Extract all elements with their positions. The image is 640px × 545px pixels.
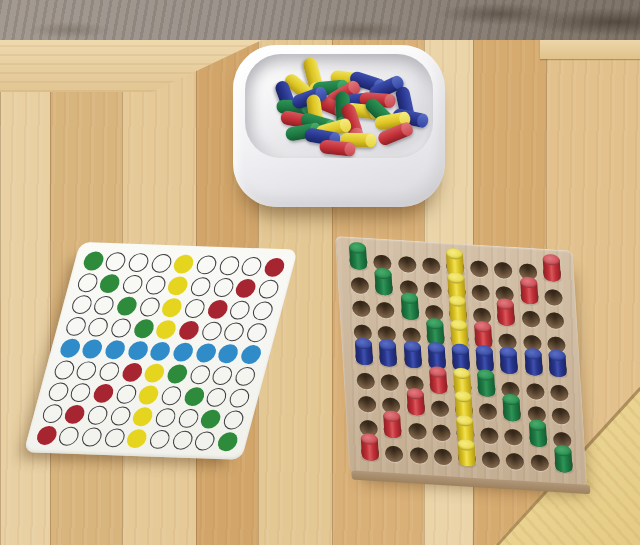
- board-hole[interactable]: [551, 408, 570, 425]
- board-hole[interactable]: [358, 396, 377, 413]
- board-cell: [373, 296, 399, 321]
- board-peg-red[interactable]: [429, 366, 448, 395]
- card-cell: [243, 321, 271, 344]
- board-peg-green[interactable]: [503, 394, 522, 423]
- board-cell: [353, 366, 379, 391]
- board-hole[interactable]: [530, 454, 549, 471]
- board-cell: [381, 439, 407, 464]
- bin-peg-red[interactable]: [319, 139, 355, 157]
- board-peg-green[interactable]: [400, 292, 419, 321]
- board-hole[interactable]: [433, 448, 452, 465]
- board-cell: [501, 423, 527, 448]
- card-dot-green: [216, 432, 240, 451]
- board-peg-red[interactable]: [497, 298, 516, 327]
- board-hole[interactable]: [470, 260, 489, 277]
- board-hole[interactable]: [352, 300, 371, 317]
- board-cell: [477, 421, 503, 446]
- board-cell: [499, 399, 525, 424]
- board-hole[interactable]: [506, 453, 525, 470]
- board-hole[interactable]: [385, 445, 404, 462]
- card-circle-outline: [228, 388, 252, 407]
- board-cell: [357, 438, 383, 463]
- board-peg-green[interactable]: [528, 419, 547, 448]
- board-cell: [349, 294, 375, 319]
- card-dot-blue: [239, 344, 263, 363]
- card-circle-outline: [251, 301, 275, 320]
- board-peg-red[interactable]: [542, 253, 561, 282]
- board-cell: [545, 354, 571, 379]
- board-peg-blue[interactable]: [524, 348, 543, 377]
- board-peg-blue[interactable]: [500, 346, 519, 375]
- board-cell: [546, 378, 572, 403]
- wall-background: [0, 0, 640, 40]
- board-peg-blue[interactable]: [548, 349, 567, 378]
- card-cell: [249, 299, 277, 322]
- pegboard-grid: [346, 247, 577, 476]
- board-cell: [380, 416, 406, 441]
- card-cell: [255, 277, 283, 300]
- board-cell: [491, 256, 517, 281]
- photo-scene: [0, 0, 640, 545]
- board-cell: [540, 282, 566, 307]
- board-cell: [425, 371, 451, 396]
- board-hole[interactable]: [432, 424, 451, 441]
- board-cell: [525, 424, 551, 449]
- board-cell: [478, 445, 504, 470]
- board-cell: [397, 297, 423, 322]
- card-cell: [225, 386, 253, 409]
- table-plank-top-right: [540, 40, 640, 59]
- bin-interior: [245, 54, 433, 158]
- board-hole[interactable]: [521, 311, 540, 328]
- board-peg-red[interactable]: [361, 433, 380, 462]
- board-hole[interactable]: [479, 404, 498, 421]
- pattern-card-grid: [33, 249, 289, 452]
- board-cell: [516, 281, 542, 306]
- board-cell: [400, 345, 426, 370]
- card-circle-outline: [234, 366, 258, 385]
- board-cell: [404, 417, 430, 442]
- board-hole[interactable]: [504, 429, 523, 446]
- card-circle-outline: [245, 322, 269, 341]
- board-cell: [475, 398, 501, 423]
- board-peg-red[interactable]: [406, 388, 425, 417]
- board-hole[interactable]: [482, 451, 501, 468]
- board-cell: [371, 272, 397, 297]
- board-cell: [394, 250, 420, 275]
- board-hole[interactable]: [376, 302, 395, 319]
- board-cell: [522, 377, 548, 402]
- board-cell: [474, 374, 500, 399]
- board-hole[interactable]: [550, 384, 569, 401]
- storage-bin: [233, 45, 445, 207]
- board-cell: [430, 442, 456, 467]
- board-hole[interactable]: [408, 423, 427, 440]
- board-cell: [376, 344, 402, 369]
- board-cell: [377, 368, 403, 393]
- card-circle-outline: [222, 410, 246, 429]
- board-hole[interactable]: [381, 374, 400, 391]
- board-cell: [351, 342, 377, 367]
- card-circle-outline: [257, 279, 281, 298]
- board-cell: [527, 448, 553, 473]
- board-cell: [539, 258, 565, 283]
- board-cell: [542, 306, 568, 331]
- board-hole[interactable]: [409, 447, 428, 464]
- board-peg-yellow[interactable]: [457, 439, 476, 468]
- board-peg-green[interactable]: [349, 242, 368, 271]
- board-peg-green[interactable]: [375, 267, 394, 296]
- board-hole[interactable]: [526, 383, 545, 400]
- board-cell: [427, 395, 453, 420]
- board-cell: [497, 351, 523, 376]
- board-cell: [418, 251, 444, 276]
- board-peg-red[interactable]: [520, 276, 539, 305]
- card-cell: [231, 365, 259, 388]
- board-cell: [466, 254, 492, 279]
- board-cell: [502, 447, 528, 472]
- pegboard: [335, 236, 587, 486]
- board-peg-blue[interactable]: [355, 337, 374, 366]
- board-cell: [521, 353, 547, 378]
- board-cell: [347, 271, 373, 296]
- board-peg-green[interactable]: [554, 445, 573, 474]
- board-hole[interactable]: [471, 284, 490, 301]
- board-cell: [548, 402, 574, 427]
- board-cell: [454, 444, 480, 469]
- card-cell: [237, 343, 265, 366]
- board-cell: [428, 418, 454, 443]
- board-hole[interactable]: [397, 256, 416, 273]
- board-hole[interactable]: [430, 401, 449, 418]
- card-cell: [214, 430, 242, 453]
- board-hole[interactable]: [356, 372, 375, 389]
- board-hole[interactable]: [422, 257, 441, 274]
- board-peg-blue[interactable]: [379, 339, 398, 368]
- board-hole[interactable]: [480, 427, 499, 444]
- board-hole[interactable]: [544, 288, 563, 305]
- card-cell: [261, 256, 289, 279]
- board-cell: [518, 305, 544, 330]
- board-peg-green[interactable]: [477, 369, 496, 398]
- card-dot-red: [263, 257, 287, 276]
- board-cell: [354, 390, 380, 415]
- board-cell: [420, 275, 446, 300]
- board-peg-red[interactable]: [383, 410, 402, 439]
- board-hole[interactable]: [423, 281, 442, 298]
- board-hole[interactable]: [545, 312, 564, 329]
- board-cell: [346, 247, 372, 272]
- board-hole[interactable]: [494, 262, 513, 279]
- board-cell: [403, 393, 429, 418]
- board-cell: [494, 303, 520, 328]
- card-cell: [220, 408, 248, 431]
- board-cell: [468, 278, 494, 303]
- board-hole[interactable]: [351, 277, 370, 294]
- board-cell: [551, 450, 577, 475]
- board-cell: [406, 441, 432, 466]
- board-peg-blue[interactable]: [403, 340, 422, 369]
